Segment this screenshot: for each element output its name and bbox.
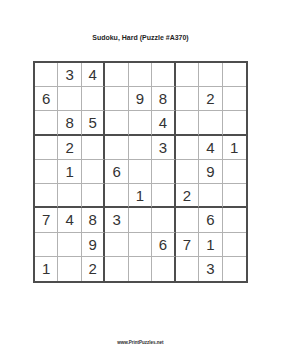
cell-r4c2[interactable]: 2 (58, 136, 81, 160)
cell-r2c1[interactable]: 6 (35, 87, 58, 111)
cell-r8c2[interactable] (58, 233, 81, 257)
cell-r1c7[interactable] (176, 63, 199, 87)
cell-r3c7[interactable] (176, 111, 199, 135)
cell-r4c3[interactable] (82, 136, 105, 160)
cell-r6c5[interactable]: 1 (129, 184, 152, 208)
cell-r7c8[interactable]: 6 (199, 208, 222, 232)
cell-r7c7[interactable] (176, 208, 199, 232)
cell-r2c9[interactable] (223, 87, 246, 111)
cell-r9c4[interactable] (105, 257, 128, 281)
cell-r7c1[interactable]: 7 (35, 208, 58, 232)
page: Sudoku, Hard (Puzzle #A370) 346982854234… (0, 0, 281, 363)
cell-r7c9[interactable] (223, 208, 246, 232)
cell-r2c3[interactable] (82, 87, 105, 111)
cell-r8c8[interactable]: 1 (199, 233, 222, 257)
cell-r5c4[interactable]: 6 (105, 160, 128, 184)
cell-r1c1[interactable] (35, 63, 58, 87)
cell-r1c5[interactable] (129, 63, 152, 87)
cell-r7c4[interactable]: 3 (105, 208, 128, 232)
cell-r1c4[interactable] (105, 63, 128, 87)
cell-r6c8[interactable] (199, 184, 222, 208)
cell-r5c7[interactable] (176, 160, 199, 184)
cell-r3c1[interactable] (35, 111, 58, 135)
cell-r6c2[interactable] (58, 184, 81, 208)
cell-r2c2[interactable] (58, 87, 81, 111)
cell-r1c9[interactable] (223, 63, 246, 87)
cell-r4c1[interactable] (35, 136, 58, 160)
cell-r9c6[interactable] (152, 257, 175, 281)
cell-r1c8[interactable] (199, 63, 222, 87)
cell-r4c8[interactable]: 4 (199, 136, 222, 160)
cell-r6c7[interactable]: 2 (176, 184, 199, 208)
cell-r9c2[interactable] (58, 257, 81, 281)
cell-r6c1[interactable] (35, 184, 58, 208)
cell-r7c3[interactable]: 8 (82, 208, 105, 232)
cell-r8c7[interactable]: 7 (176, 233, 199, 257)
cell-r5c2[interactable]: 1 (58, 160, 81, 184)
cell-r8c9[interactable] (223, 233, 246, 257)
cell-r9c8[interactable]: 3 (199, 257, 222, 281)
cell-r2c8[interactable]: 2 (199, 87, 222, 111)
cell-r5c8[interactable]: 9 (199, 160, 222, 184)
footer-url: www.PrintPuzzles.net (117, 340, 163, 345)
cell-r8c1[interactable] (35, 233, 58, 257)
cell-r2c5[interactable]: 9 (129, 87, 152, 111)
cell-r5c1[interactable] (35, 160, 58, 184)
footer: www.PrintPuzzles.net (0, 333, 281, 351)
cell-r9c5[interactable] (129, 257, 152, 281)
cell-r5c5[interactable] (129, 160, 152, 184)
cell-r2c6[interactable]: 8 (152, 87, 175, 111)
cell-r5c6[interactable] (152, 160, 175, 184)
cell-r4c6[interactable]: 3 (152, 136, 175, 160)
cell-r3c4[interactable] (105, 111, 128, 135)
cell-r8c6[interactable]: 6 (152, 233, 175, 257)
cell-r6c9[interactable] (223, 184, 246, 208)
cell-r3c5[interactable] (129, 111, 152, 135)
cell-r3c3[interactable]: 5 (82, 111, 105, 135)
cell-r2c7[interactable] (176, 87, 199, 111)
cell-r4c5[interactable] (129, 136, 152, 160)
cell-r8c4[interactable] (105, 233, 128, 257)
cell-r6c6[interactable] (152, 184, 175, 208)
cell-r8c5[interactable] (129, 233, 152, 257)
cell-r1c2[interactable]: 3 (58, 63, 81, 87)
cell-r5c9[interactable] (223, 160, 246, 184)
sudoku-board: 346982854234116912748369671123 (33, 61, 248, 283)
cell-r4c4[interactable] (105, 136, 128, 160)
cell-r3c9[interactable] (223, 111, 246, 135)
cell-r4c7[interactable] (176, 136, 199, 160)
cell-r1c6[interactable] (152, 63, 175, 87)
cell-r4c9[interactable]: 1 (223, 136, 246, 160)
cell-r9c3[interactable]: 2 (82, 257, 105, 281)
cell-r1c3[interactable]: 4 (82, 63, 105, 87)
cell-r5c3[interactable] (82, 160, 105, 184)
header: Sudoku, Hard (Puzzle #A370) (0, 32, 281, 50)
cell-r3c8[interactable] (199, 111, 222, 135)
cell-r9c1[interactable]: 1 (35, 257, 58, 281)
cell-r7c2[interactable]: 4 (58, 208, 81, 232)
cell-r7c6[interactable] (152, 208, 175, 232)
cell-r2c4[interactable] (105, 87, 128, 111)
cell-r8c3[interactable]: 9 (82, 233, 105, 257)
cell-r9c9[interactable] (223, 257, 246, 281)
cell-r3c2[interactable]: 8 (58, 111, 81, 135)
cell-r9c7[interactable] (176, 257, 199, 281)
cell-r6c3[interactable] (82, 184, 105, 208)
puzzle-title: Sudoku, Hard (Puzzle #A370) (92, 34, 188, 41)
cell-r6c4[interactable] (105, 184, 128, 208)
cell-r3c6[interactable]: 4 (152, 111, 175, 135)
cell-r7c5[interactable] (129, 208, 152, 232)
